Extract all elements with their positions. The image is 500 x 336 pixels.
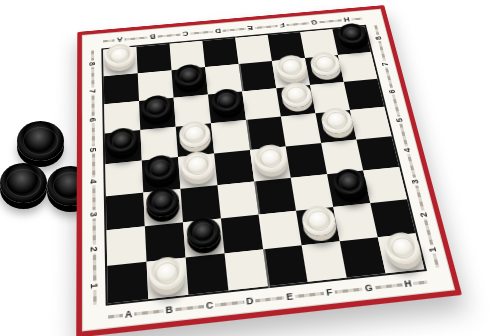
checker-piece-black-loose [17, 121, 64, 161]
rank-labels-left: 87654321 [85, 50, 104, 306]
file-label-top-F: F [265, 18, 299, 32]
square-b3[interactable] [143, 189, 183, 226]
square-d5[interactable] [211, 120, 250, 154]
square-d8[interactable] [202, 38, 238, 67]
rank-label-left-3: 3 [85, 197, 102, 233]
square-f5[interactable] [281, 113, 321, 146]
square-h1[interactable] [378, 233, 425, 273]
checker-piece-white-c4[interactable] [180, 150, 214, 181]
square-f2[interactable] [296, 207, 340, 245]
square-h7[interactable] [338, 52, 377, 82]
square-d6[interactable] [208, 91, 246, 123]
square-c2[interactable] [183, 218, 225, 257]
rank-label-left-2: 2 [85, 231, 103, 269]
square-h5[interactable] [350, 107, 392, 140]
square-h3[interactable] [363, 167, 407, 203]
checker-piece-white-b1[interactable] [148, 255, 184, 291]
checker-piece-black-b3[interactable] [145, 186, 179, 218]
checker-piece-white-f6[interactable] [279, 81, 313, 108]
square-d2[interactable] [221, 215, 263, 254]
rank-label-left-8: 8 [85, 50, 100, 78]
square-b8[interactable] [136, 44, 171, 73]
square-b1[interactable] [147, 258, 189, 299]
checker-piece-white-a8[interactable] [104, 42, 134, 68]
loose-black-piece-1[interactable] [17, 121, 64, 161]
square-h2[interactable] [370, 199, 415, 237]
checker-piece-white-f7[interactable] [275, 54, 308, 80]
checker-piece-black-b6[interactable] [141, 94, 173, 122]
rank-label-left-5: 5 [85, 134, 101, 166]
file-label-top-A: A [103, 32, 136, 46]
square-c7[interactable] [172, 67, 208, 98]
square-f1[interactable] [302, 241, 347, 282]
checker-piece-black-loose [0, 163, 47, 203]
square-c1[interactable] [186, 253, 229, 294]
checker-piece-black-c7[interactable] [173, 63, 205, 90]
file-label-bottom-A: A [108, 303, 149, 325]
square-g7[interactable] [305, 55, 344, 85]
board-scene: ABCDEFGH ABCDEFGH 87654321 87654321 [78, 0, 422, 322]
checkers-board: ABCDEFGH ABCDEFGH 87654321 87654321 [76, 5, 462, 336]
file-label-bottom-B: B [149, 299, 191, 321]
checker-piece-black-b4[interactable] [143, 154, 177, 185]
square-a8[interactable] [103, 47, 137, 77]
rank-label-left-6: 6 [85, 105, 101, 136]
square-h8[interactable] [332, 26, 370, 55]
square-d4[interactable] [214, 150, 254, 185]
file-label-top-C: C [168, 27, 202, 41]
checker-piece-black-g3[interactable] [331, 167, 369, 198]
rank-label-left-7: 7 [85, 77, 101, 106]
file-label-top-D: D [201, 24, 235, 38]
loose-black-piece-2[interactable] [0, 163, 47, 203]
rank-label-left-1: 1 [85, 266, 103, 306]
rank-label-right-2: 2 [411, 197, 436, 233]
file-label-top-B: B [136, 30, 170, 44]
square-f6[interactable] [276, 85, 315, 117]
square-g5[interactable] [316, 110, 357, 143]
checker-piece-white-c5[interactable] [178, 120, 211, 149]
file-label-bottom-E: E [269, 286, 311, 307]
square-e7[interactable] [239, 61, 277, 91]
square-a5[interactable] [105, 130, 142, 164]
square-e4[interactable] [250, 147, 291, 182]
checker-piece-black-d6[interactable] [210, 87, 243, 115]
checker-piece-black-h8[interactable] [336, 22, 369, 47]
square-c4[interactable] [178, 154, 217, 189]
square-d3[interactable] [217, 181, 258, 218]
checker-piece-white-h1[interactable] [382, 231, 423, 266]
file-label-bottom-H: H [387, 273, 430, 294]
square-e3[interactable] [254, 178, 296, 215]
square-e1[interactable] [263, 245, 307, 286]
square-h6[interactable] [344, 79, 384, 110]
square-a2[interactable] [107, 226, 147, 266]
square-g1[interactable] [340, 237, 386, 277]
file-label-bottom-D: D [229, 290, 271, 311]
square-h4[interactable] [356, 136, 399, 170]
square-e2[interactable] [259, 211, 302, 250]
checker-piece-white-e4[interactable] [253, 143, 288, 173]
file-label-bottom-F: F [308, 282, 350, 303]
board-margin: ABCDEFGH ABCDEFGH 87654321 87654321 [82, 9, 455, 332]
square-a3[interactable] [106, 193, 145, 231]
file-label-bottom-G: G [347, 277, 390, 298]
file-label-top-G: G [297, 15, 331, 29]
file-label-bottom-C: C [189, 295, 231, 317]
checker-piece-black-a5[interactable] [106, 126, 138, 155]
square-e6[interactable] [242, 88, 281, 120]
square-b6[interactable] [139, 98, 176, 130]
square-d1[interactable] [225, 249, 269, 290]
checker-piece-black-c2[interactable] [185, 216, 221, 250]
photo-background: ABCDEFGH ABCDEFGH 87654321 87654321 [0, 0, 500, 336]
checker-piece-white-g7[interactable] [308, 51, 342, 77]
square-e8[interactable] [235, 35, 272, 64]
checker-piece-white-f2[interactable] [299, 204, 337, 237]
square-f4[interactable] [286, 143, 327, 178]
square-a1[interactable] [107, 262, 148, 304]
file-label-top-E: E [233, 21, 267, 35]
rank-label-left-4: 4 [85, 165, 102, 199]
square-a7[interactable] [104, 73, 139, 104]
square-a4[interactable] [105, 161, 143, 197]
